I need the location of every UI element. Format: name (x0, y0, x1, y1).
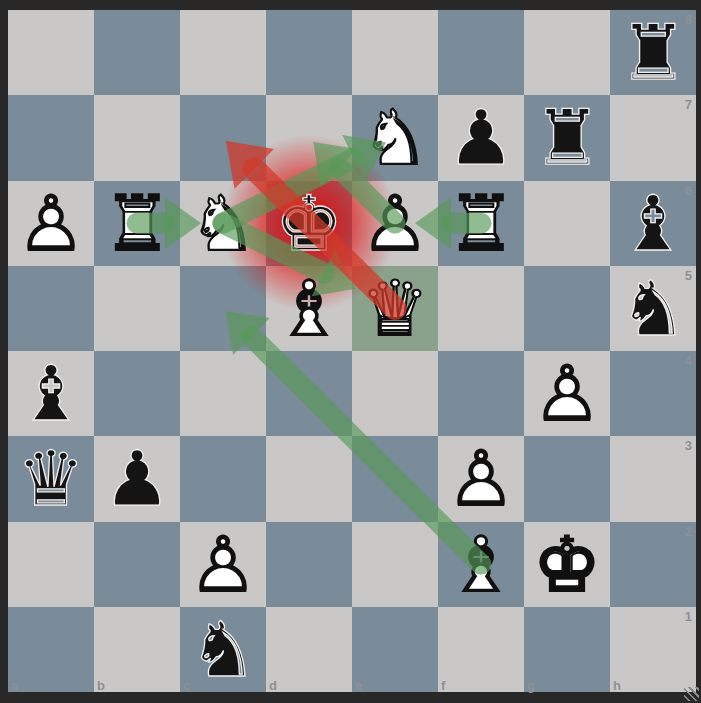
square-g3[interactable] (524, 436, 610, 521)
black-rook-glyph: ♜ (524, 95, 610, 180)
square-d2[interactable] (266, 522, 352, 607)
piece-black-king-d6[interactable]: ♚ (266, 181, 352, 266)
chess-board[interactable]: 87654321abcdefgh♜♞♘♟♜♟♙♜♖♞♘♚♟♙♜♖♝♝♗♛♕♞♝♟… (8, 10, 696, 692)
square-b8[interactable] (94, 10, 180, 95)
square-c8[interactable] (180, 10, 266, 95)
white-rook-glyph-outline: ♖ (94, 181, 180, 266)
white-pawn-glyph-outline: ♙ (8, 181, 94, 266)
square-d1[interactable] (266, 607, 352, 692)
square-a8[interactable] (8, 10, 94, 95)
square-g5[interactable] (524, 266, 610, 351)
piece-white-knight-c6[interactable]: ♞♘ (180, 181, 266, 266)
square-a2[interactable] (8, 522, 94, 607)
square-d4[interactable] (266, 351, 352, 436)
square-f4[interactable] (438, 351, 524, 436)
square-a5[interactable] (8, 266, 94, 351)
square-g6[interactable] (524, 181, 610, 266)
piece-white-pawn-e6[interactable]: ♟♙ (352, 181, 438, 266)
square-a7[interactable] (8, 95, 94, 180)
white-bishop-glyph-outline: ♗ (438, 522, 524, 607)
square-f8[interactable] (438, 10, 524, 95)
piece-white-bishop-d5[interactable]: ♝♗ (266, 266, 352, 351)
black-rook-glyph: ♜ (610, 10, 696, 95)
square-b5[interactable] (94, 266, 180, 351)
piece-white-pawn-f3[interactable]: ♟♙ (438, 436, 524, 521)
black-knight-glyph: ♞ (180, 607, 266, 692)
square-h2[interactable] (610, 522, 696, 607)
black-bishop-glyph: ♝ (610, 181, 696, 266)
piece-white-knight-e7[interactable]: ♞♘ (352, 95, 438, 180)
square-g8[interactable] (524, 10, 610, 95)
black-bishop-glyph: ♝ (8, 351, 94, 436)
white-knight-glyph-outline: ♘ (180, 181, 266, 266)
square-h1[interactable] (610, 607, 696, 692)
white-bishop-glyph-outline: ♗ (266, 266, 352, 351)
black-pawn-glyph: ♟ (94, 436, 180, 521)
square-b2[interactable] (94, 522, 180, 607)
white-king-glyph-outline: ♔ (524, 522, 610, 607)
piece-white-pawn-g4[interactable]: ♟♙ (524, 351, 610, 436)
piece-white-bishop-f2[interactable]: ♝♗ (438, 522, 524, 607)
white-pawn-glyph-outline: ♙ (352, 181, 438, 266)
square-f1[interactable] (438, 607, 524, 692)
square-c5[interactable] (180, 266, 266, 351)
square-h3[interactable] (610, 436, 696, 521)
square-b7[interactable] (94, 95, 180, 180)
square-g1[interactable] (524, 607, 610, 692)
square-e3[interactable] (352, 436, 438, 521)
square-a1[interactable] (8, 607, 94, 692)
white-pawn-glyph-outline: ♙ (524, 351, 610, 436)
white-pawn-glyph-outline: ♙ (180, 522, 266, 607)
square-e8[interactable] (352, 10, 438, 95)
square-d7[interactable] (266, 95, 352, 180)
white-pawn-glyph-outline: ♙ (438, 436, 524, 521)
black-queen-glyph: ♛ (8, 436, 94, 521)
piece-black-rook-h8[interactable]: ♜ (610, 10, 696, 95)
square-d3[interactable] (266, 436, 352, 521)
white-rook-glyph-outline: ♖ (438, 181, 524, 266)
piece-white-queen-e5[interactable]: ♛♕ (352, 266, 438, 351)
black-pawn-glyph: ♟ (438, 95, 524, 180)
square-c3[interactable] (180, 436, 266, 521)
square-h4[interactable] (610, 351, 696, 436)
square-b4[interactable] (94, 351, 180, 436)
piece-white-king-g2[interactable]: ♚♔ (524, 522, 610, 607)
piece-black-queen-a3[interactable]: ♛ (8, 436, 94, 521)
white-knight-glyph-outline: ♘ (352, 95, 438, 180)
piece-black-pawn-f7[interactable]: ♟ (438, 95, 524, 180)
piece-black-bishop-a4[interactable]: ♝ (8, 351, 94, 436)
piece-white-pawn-a6[interactable]: ♟♙ (8, 181, 94, 266)
white-queen-glyph-outline: ♕ (352, 266, 438, 351)
square-e2[interactable] (352, 522, 438, 607)
piece-black-knight-c1[interactable]: ♞ (180, 607, 266, 692)
square-h7[interactable] (610, 95, 696, 180)
piece-black-rook-g7[interactable]: ♜ (524, 95, 610, 180)
piece-black-pawn-b3[interactable]: ♟ (94, 436, 180, 521)
piece-black-knight-h5[interactable]: ♞ (610, 266, 696, 351)
piece-white-rook-b6[interactable]: ♜♖ (94, 181, 180, 266)
square-e4[interactable] (352, 351, 438, 436)
square-e1[interactable] (352, 607, 438, 692)
square-b1[interactable] (94, 607, 180, 692)
chess-app-window: 87654321abcdefgh♜♞♘♟♜♟♙♜♖♞♘♚♟♙♜♖♝♝♗♛♕♞♝♟… (0, 0, 701, 703)
piece-white-pawn-c2[interactable]: ♟♙ (180, 522, 266, 607)
piece-white-rook-f6[interactable]: ♜♖ (438, 181, 524, 266)
square-f5[interactable] (438, 266, 524, 351)
resize-handle-icon[interactable] (684, 687, 699, 701)
piece-black-bishop-h6[interactable]: ♝ (610, 181, 696, 266)
black-knight-glyph: ♞ (610, 266, 696, 351)
square-c7[interactable] (180, 95, 266, 180)
square-c4[interactable] (180, 351, 266, 436)
black-king-glyph: ♚ (266, 181, 352, 266)
square-d8[interactable] (266, 10, 352, 95)
